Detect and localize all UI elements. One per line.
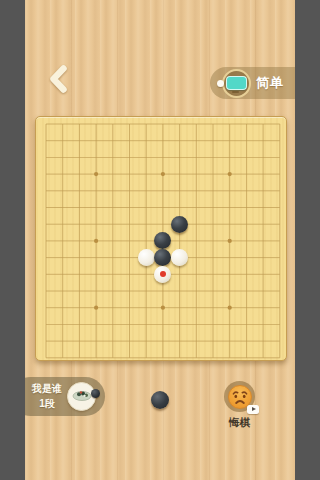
star-point <box>161 172 165 176</box>
star-point <box>228 172 232 176</box>
player-name: 我是谁 <box>27 381 67 396</box>
player-color-stone-icon <box>91 389 100 398</box>
stone-black <box>171 216 188 233</box>
player-rank: 1段 <box>27 396 67 411</box>
stone-bowl-icon <box>71 386 93 406</box>
indicator-dot-icon <box>217 80 224 87</box>
difficulty-label: 简单 <box>256 67 284 99</box>
difficulty-badge[interactable]: 简单 <box>210 67 295 99</box>
turn-indicator-stone-icon <box>151 391 169 409</box>
star-point <box>94 306 98 310</box>
star-point <box>94 172 98 176</box>
play-triangle-icon <box>252 407 256 411</box>
board[interactable] <box>35 116 287 361</box>
undo-label: 悔棋 <box>217 416 262 430</box>
stone-white <box>138 249 155 266</box>
difficulty-ring <box>222 69 251 98</box>
undo-button[interactable]: 悔棋 <box>217 381 262 429</box>
last-move-dot <box>160 271 166 277</box>
star-point <box>228 239 232 243</box>
board-screen-icon <box>226 76 247 90</box>
chevron-left-icon <box>45 63 71 98</box>
back-button[interactable] <box>39 60 77 100</box>
player-info: 我是谁 1段 <box>27 381 67 411</box>
player-pill: 我是谁 1段 <box>25 377 105 416</box>
game-screen: 简单 我是谁 1段 <box>25 0 295 480</box>
video-ad-icon <box>247 405 259 414</box>
star-point <box>228 306 232 310</box>
star-point <box>94 239 98 243</box>
star-point <box>161 306 165 310</box>
